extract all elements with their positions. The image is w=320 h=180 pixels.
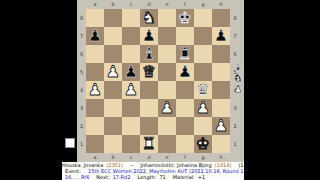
coord-label-1: 1 bbox=[77, 135, 86, 153]
square-c4[interactable]: ♟ bbox=[122, 81, 140, 99]
captured-black-bishop: ♝ bbox=[232, 62, 244, 73]
square-a5[interactable] bbox=[86, 63, 104, 81]
square-d5[interactable]: ♛ bbox=[140, 63, 158, 81]
white-king: ♚ bbox=[196, 135, 210, 153]
coord-label-b: b bbox=[104, 0, 122, 9]
square-g4[interactable]: ♛ bbox=[194, 81, 212, 99]
square-d3[interactable] bbox=[140, 99, 158, 117]
square-b5[interactable]: ♟ bbox=[104, 63, 122, 81]
coord-label-7: 7 bbox=[77, 27, 86, 45]
square-d8[interactable]: ♞ bbox=[140, 9, 158, 27]
square-a8[interactable] bbox=[86, 9, 104, 27]
square-c2[interactable] bbox=[122, 117, 140, 135]
coord-label-8: 8 bbox=[230, 9, 240, 27]
square-g6[interactable] bbox=[194, 45, 212, 63]
coord-label-e: e bbox=[158, 0, 176, 9]
square-b2[interactable] bbox=[104, 117, 122, 135]
square-e1[interactable] bbox=[158, 135, 176, 153]
coord-label-4: 4 bbox=[77, 81, 86, 99]
last-move: 16. ... Rf6 bbox=[65, 174, 89, 180]
square-a2[interactable] bbox=[86, 117, 104, 135]
coord-label-8: 8 bbox=[77, 9, 86, 27]
square-f7[interactable] bbox=[176, 27, 194, 45]
square-e6[interactable] bbox=[158, 45, 176, 63]
coord-label-d: d bbox=[140, 0, 158, 9]
square-a3[interactable] bbox=[86, 99, 104, 117]
coord-label-6: 6 bbox=[77, 45, 86, 63]
material-difference-tray: ♝♞♟ bbox=[232, 62, 244, 95]
game-info-panel: Houska, Jovanka(2351)--Johannsdottir, Jo… bbox=[62, 162, 244, 180]
coord-label-1: 1 bbox=[230, 135, 240, 153]
square-g7[interactable] bbox=[194, 27, 212, 45]
square-h4[interactable] bbox=[212, 81, 230, 99]
square-e8[interactable] bbox=[158, 9, 176, 27]
coord-label-5: 5 bbox=[77, 63, 86, 81]
black-pawn: ♟ bbox=[178, 63, 192, 81]
square-c5[interactable]: ♟ bbox=[122, 63, 140, 81]
square-d7[interactable]: ♟ bbox=[140, 27, 158, 45]
square-b1[interactable] bbox=[104, 135, 122, 153]
length-label: Length: bbox=[137, 174, 156, 180]
square-f2[interactable] bbox=[176, 117, 194, 135]
coord-label-g: g bbox=[194, 0, 212, 9]
square-f8[interactable]: ♚ bbox=[176, 9, 194, 27]
white-knight: ♞ bbox=[142, 9, 156, 27]
square-h5[interactable] bbox=[212, 63, 230, 81]
square-d4[interactable] bbox=[140, 81, 158, 99]
square-g3[interactable]: ♟ bbox=[194, 99, 212, 117]
square-h3[interactable] bbox=[212, 99, 230, 117]
coord-label-d: d bbox=[140, 153, 158, 162]
rank-labels-left: 87654321 bbox=[77, 9, 86, 153]
coord-label-2: 2 bbox=[230, 117, 240, 135]
square-g1[interactable]: ♚ bbox=[194, 135, 212, 153]
moves-line: 16. ... Rf6Next:17.Rd2Length:71Material:… bbox=[62, 174, 244, 180]
square-g5[interactable] bbox=[194, 63, 212, 81]
coord-label-6: 6 bbox=[230, 45, 240, 63]
white-pawn: ♟ bbox=[196, 99, 210, 117]
square-a7[interactable]: ♟ bbox=[86, 27, 104, 45]
square-f6[interactable]: ♜ bbox=[176, 45, 194, 63]
square-h6[interactable] bbox=[212, 45, 230, 63]
white-pawn: ♟ bbox=[106, 63, 120, 81]
white-pawn: ♟ bbox=[214, 117, 228, 135]
white-pawn: ♟ bbox=[160, 99, 174, 117]
square-f3[interactable] bbox=[176, 99, 194, 117]
square-d2[interactable] bbox=[140, 117, 158, 135]
square-c6[interactable] bbox=[122, 45, 140, 63]
square-c8[interactable] bbox=[122, 9, 140, 27]
coord-label-b: b bbox=[104, 153, 122, 162]
square-f5[interactable]: ♟ bbox=[176, 63, 194, 81]
black-pawn: ♟ bbox=[142, 27, 156, 45]
board-frame: abcdefgh 87654321 ♞♚♟♟♟♝♜♟♟♛♟♟♟♛♟♟♟♜♚ 87… bbox=[77, 0, 244, 162]
square-h7[interactable]: ♟ bbox=[212, 27, 230, 45]
square-f4[interactable] bbox=[176, 81, 194, 99]
next-label: Next: bbox=[96, 174, 109, 180]
coord-label-h: h bbox=[212, 0, 230, 9]
square-b6[interactable] bbox=[104, 45, 122, 63]
square-c1[interactable] bbox=[122, 135, 140, 153]
chess-board: ♞♚♟♟♟♝♜♟♟♛♟♟♟♛♟♟♟♜♚ bbox=[86, 9, 230, 153]
square-c7[interactable] bbox=[122, 27, 140, 45]
coord-label-2: 2 bbox=[77, 117, 86, 135]
black-queen: ♛ bbox=[196, 81, 210, 99]
coord-label-g: g bbox=[194, 153, 212, 162]
square-f1[interactable] bbox=[176, 135, 194, 153]
black-rook: ♜ bbox=[178, 45, 192, 63]
black-king: ♚ bbox=[178, 9, 192, 27]
coord-label-e: e bbox=[158, 153, 176, 162]
square-h2[interactable]: ♟ bbox=[212, 117, 230, 135]
coord-label-a: a bbox=[86, 153, 104, 162]
white-to-move-indicator bbox=[65, 138, 75, 148]
next-move: 17.Rd2 bbox=[113, 174, 131, 180]
coord-label-h: h bbox=[212, 153, 230, 162]
square-g8[interactable] bbox=[194, 9, 212, 27]
white-rook: ♜ bbox=[142, 135, 156, 153]
square-a6[interactable] bbox=[86, 45, 104, 63]
coord-label-3: 3 bbox=[230, 99, 240, 117]
square-h8[interactable] bbox=[212, 9, 230, 27]
length-value: 71 bbox=[159, 174, 165, 180]
material-value: +1 bbox=[198, 174, 205, 180]
square-b8[interactable] bbox=[104, 9, 122, 27]
square-e5[interactable] bbox=[158, 63, 176, 81]
coord-label-c: c bbox=[122, 0, 140, 9]
square-b7[interactable] bbox=[104, 27, 122, 45]
white-pawn: ♟ bbox=[124, 81, 138, 99]
material-label: Material: bbox=[173, 174, 195, 180]
square-e2[interactable] bbox=[158, 117, 176, 135]
square-g2[interactable] bbox=[194, 117, 212, 135]
file-labels-bottom: abcdefgh bbox=[86, 153, 230, 162]
black-pawn: ♟ bbox=[124, 63, 138, 81]
captured-white-pawn: ♟ bbox=[232, 84, 244, 95]
square-a4[interactable]: ♟ bbox=[86, 81, 104, 99]
captured-white-knight: ♞ bbox=[232, 73, 244, 84]
black-bishop: ♝ bbox=[142, 45, 156, 63]
white-queen: ♛ bbox=[142, 63, 156, 81]
square-e3[interactable]: ♟ bbox=[158, 99, 176, 117]
square-d1[interactable]: ♜ bbox=[140, 135, 158, 153]
square-a1[interactable] bbox=[86, 135, 104, 153]
white-pawn: ♟ bbox=[88, 81, 102, 99]
square-b4[interactable] bbox=[104, 81, 122, 99]
coord-label-a: a bbox=[86, 0, 104, 9]
coord-label-7: 7 bbox=[230, 27, 240, 45]
black-pawn: ♟ bbox=[214, 27, 228, 45]
square-d6[interactable]: ♝ bbox=[140, 45, 158, 63]
square-e7[interactable] bbox=[158, 27, 176, 45]
coord-label-f: f bbox=[176, 0, 194, 9]
square-e4[interactable] bbox=[158, 81, 176, 99]
coord-label-3: 3 bbox=[77, 99, 86, 117]
coord-label-f: f bbox=[176, 153, 194, 162]
square-h1[interactable] bbox=[212, 135, 230, 153]
square-c3[interactable] bbox=[122, 99, 140, 117]
coord-label-c: c bbox=[122, 153, 140, 162]
black-pawn: ♟ bbox=[88, 27, 102, 45]
file-labels-top: abcdefgh bbox=[86, 0, 230, 9]
square-b3[interactable] bbox=[104, 99, 122, 117]
